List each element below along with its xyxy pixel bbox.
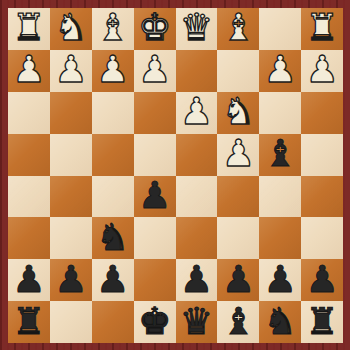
square-g2[interactable]: ♟ xyxy=(50,50,92,92)
square-c1[interactable]: ♝ xyxy=(217,8,259,50)
piece-black-bishop-b4[interactable]: ♝ xyxy=(264,135,297,172)
square-e2[interactable]: ♟ xyxy=(134,50,176,92)
square-d5[interactable] xyxy=(176,176,218,218)
square-f5[interactable] xyxy=(92,176,134,218)
piece-white-knight-g1[interactable]: ♞ xyxy=(54,9,87,46)
square-d6[interactable] xyxy=(176,217,218,259)
square-e8[interactable]: ♚ xyxy=(134,301,176,343)
piece-white-pawn-f2[interactable]: ♟ xyxy=(96,51,129,88)
square-e3[interactable] xyxy=(134,92,176,134)
square-f7[interactable]: ♟ xyxy=(92,259,134,301)
square-e7[interactable] xyxy=(134,259,176,301)
square-c4[interactable]: ♟ xyxy=(217,134,259,176)
piece-black-knight-b8[interactable]: ♞ xyxy=(264,303,297,340)
square-h5[interactable] xyxy=(8,176,50,218)
square-b8[interactable]: ♞ xyxy=(259,301,301,343)
square-d7[interactable]: ♟ xyxy=(176,259,218,301)
square-h7[interactable]: ♟ xyxy=(8,259,50,301)
square-f8[interactable] xyxy=(92,301,134,343)
square-g3[interactable] xyxy=(50,92,92,134)
square-a7[interactable]: ♟ xyxy=(301,259,343,301)
square-d4[interactable] xyxy=(176,134,218,176)
piece-white-pawn-e2[interactable]: ♟ xyxy=(138,51,171,88)
piece-white-rook-h1[interactable]: ♜ xyxy=(12,9,45,46)
square-f1[interactable]: ♝ xyxy=(92,8,134,50)
square-g1[interactable]: ♞ xyxy=(50,8,92,50)
square-b2[interactable]: ♟ xyxy=(259,50,301,92)
square-h4[interactable] xyxy=(8,134,50,176)
square-d2[interactable] xyxy=(176,50,218,92)
piece-white-king-e1[interactable]: ♚ xyxy=(138,9,171,46)
square-c5[interactable] xyxy=(217,176,259,218)
piece-white-queen-d1[interactable]: ♛ xyxy=(180,9,213,46)
square-f4[interactable] xyxy=(92,134,134,176)
square-d8[interactable]: ♛ xyxy=(176,301,218,343)
square-f2[interactable]: ♟ xyxy=(92,50,134,92)
square-b6[interactable] xyxy=(259,217,301,259)
piece-white-pawn-h2[interactable]: ♟ xyxy=(12,51,45,88)
square-h2[interactable]: ♟ xyxy=(8,50,50,92)
piece-black-king-e8[interactable]: ♚ xyxy=(138,303,171,340)
square-h8[interactable]: ♜ xyxy=(8,301,50,343)
piece-black-bishop-c8[interactable]: ♝ xyxy=(222,303,255,340)
square-b5[interactable] xyxy=(259,176,301,218)
square-h6[interactable] xyxy=(8,217,50,259)
piece-black-pawn-f7[interactable]: ♟ xyxy=(96,261,129,298)
piece-black-knight-f6[interactable]: ♞ xyxy=(96,219,129,256)
piece-white-pawn-b2[interactable]: ♟ xyxy=(264,51,297,88)
square-a8[interactable]: ♜ xyxy=(301,301,343,343)
piece-white-rook-a1[interactable]: ♜ xyxy=(305,9,338,46)
square-e5[interactable]: ♟ xyxy=(134,176,176,218)
piece-white-pawn-a2[interactable]: ♟ xyxy=(305,51,338,88)
piece-black-pawn-e5[interactable]: ♟ xyxy=(138,177,171,214)
piece-black-pawn-h7[interactable]: ♟ xyxy=(12,261,45,298)
piece-black-pawn-b7[interactable]: ♟ xyxy=(264,261,297,298)
square-b3[interactable] xyxy=(259,92,301,134)
square-a1[interactable]: ♜ xyxy=(301,8,343,50)
piece-black-rook-h8[interactable]: ♜ xyxy=(12,303,45,340)
square-c8[interactable]: ♝ xyxy=(217,301,259,343)
square-f6[interactable]: ♞ xyxy=(92,217,134,259)
piece-white-pawn-g2[interactable]: ♟ xyxy=(54,51,87,88)
square-g8[interactable] xyxy=(50,301,92,343)
piece-black-pawn-a7[interactable]: ♟ xyxy=(305,261,338,298)
square-c2[interactable] xyxy=(217,50,259,92)
board-frame: ♜♞♝♚♛♝♜♟♟♟♟♟♟♟♞♟♝♟♞♟♟♟♟♟♟♟♜♚♛♝♞♜ xyxy=(0,0,350,350)
square-b7[interactable]: ♟ xyxy=(259,259,301,301)
square-h1[interactable]: ♜ xyxy=(8,8,50,50)
piece-black-pawn-c7[interactable]: ♟ xyxy=(222,261,255,298)
square-d1[interactable]: ♛ xyxy=(176,8,218,50)
square-b4[interactable]: ♝ xyxy=(259,134,301,176)
piece-white-bishop-c1[interactable]: ♝ xyxy=(222,9,255,46)
square-h3[interactable] xyxy=(8,92,50,134)
square-e6[interactable] xyxy=(134,217,176,259)
piece-white-pawn-d3[interactable]: ♟ xyxy=(180,93,213,130)
piece-black-rook-a8[interactable]: ♜ xyxy=(305,303,338,340)
piece-white-knight-c3[interactable]: ♞ xyxy=(222,93,255,130)
piece-white-pawn-c4[interactable]: ♟ xyxy=(222,135,255,172)
square-c6[interactable] xyxy=(217,217,259,259)
square-c7[interactable]: ♟ xyxy=(217,259,259,301)
square-a2[interactable]: ♟ xyxy=(301,50,343,92)
square-e4[interactable] xyxy=(134,134,176,176)
square-d3[interactable]: ♟ xyxy=(176,92,218,134)
piece-black-queen-d8[interactable]: ♛ xyxy=(180,303,213,340)
square-a5[interactable] xyxy=(301,176,343,218)
square-a3[interactable] xyxy=(301,92,343,134)
piece-black-pawn-g7[interactable]: ♟ xyxy=(54,261,87,298)
square-g4[interactable] xyxy=(50,134,92,176)
square-c3[interactable]: ♞ xyxy=(217,92,259,134)
square-g5[interactable] xyxy=(50,176,92,218)
square-e1[interactable]: ♚ xyxy=(134,8,176,50)
board: ♜♞♝♚♛♝♜♟♟♟♟♟♟♟♞♟♝♟♞♟♟♟♟♟♟♟♜♚♛♝♞♜ xyxy=(8,8,343,343)
piece-white-bishop-f1[interactable]: ♝ xyxy=(96,9,129,46)
square-g6[interactable] xyxy=(50,217,92,259)
square-a4[interactable] xyxy=(301,134,343,176)
square-g7[interactable]: ♟ xyxy=(50,259,92,301)
piece-black-pawn-d7[interactable]: ♟ xyxy=(180,261,213,298)
square-a6[interactable] xyxy=(301,217,343,259)
square-b1[interactable] xyxy=(259,8,301,50)
square-f3[interactable] xyxy=(92,92,134,134)
